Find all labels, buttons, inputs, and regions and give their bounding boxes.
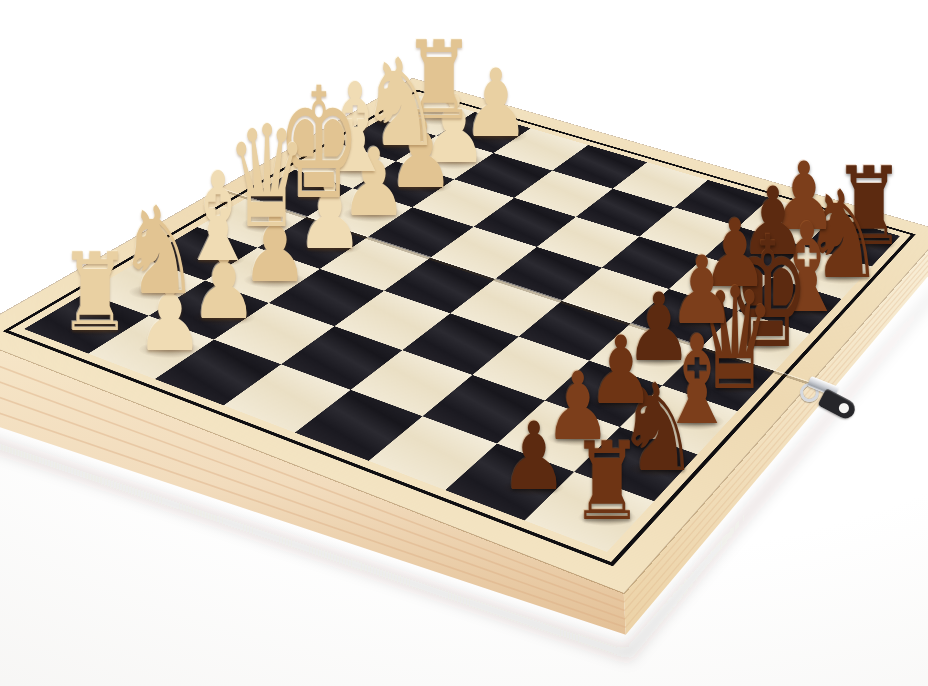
metal-clasp (800, 375, 870, 435)
clasp-keyhole-tab-icon (817, 388, 858, 422)
chess-set-photo: ♜♞♝♛♚♝♞♜♟♟♟♟♟♟♟♟♟♟♟♟♟♟♟♟♜♞♝♛♚♝♞♜ (0, 0, 928, 686)
